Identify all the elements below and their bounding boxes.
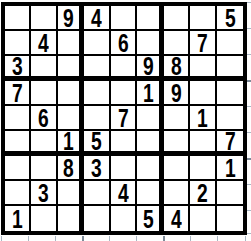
right-margin-tick: [247, 210, 251, 211]
cell-r5c2[interactable]: 6: [31, 106, 57, 131]
sudoku-app: 945467398719671157831342154: [0, 0, 251, 241]
cell-digit: 7: [197, 31, 208, 56]
cell-r9c9[interactable]: [217, 206, 243, 231]
cell-r1c3[interactable]: 9: [58, 6, 84, 31]
bottom-margin-tick: [109, 236, 110, 241]
cell-r1c1[interactable]: [5, 6, 31, 31]
cell-r8c7[interactable]: [164, 181, 190, 206]
bottom-margin-tick: [217, 236, 218, 241]
cell-r4c9[interactable]: [217, 81, 243, 106]
right-margin-tick: [247, 80, 251, 82]
cell-r8c2[interactable]: 3: [31, 181, 57, 206]
cell-r9c7[interactable]: 4: [164, 206, 190, 231]
right-margin-tick: [247, 158, 251, 160]
cell-r5c4[interactable]: [84, 106, 110, 131]
cell-digit: 1: [63, 131, 74, 154]
cell-digit: 4: [171, 206, 182, 231]
cell-r1c8[interactable]: [190, 6, 216, 31]
cell-r3c2[interactable]: [31, 56, 57, 81]
cell-r2c1[interactable]: [5, 31, 31, 56]
cell-r3c8[interactable]: [190, 56, 216, 81]
cell-digit: 2: [197, 181, 208, 206]
cell-r4c4[interactable]: [84, 81, 110, 106]
cell-digit: 5: [224, 6, 235, 31]
cell-r1c6[interactable]: [137, 6, 163, 31]
cell-r4c7[interactable]: 9: [164, 81, 190, 106]
cell-r1c5[interactable]: [111, 6, 137, 31]
cell-digit: 3: [38, 181, 49, 206]
bottom-margin-tick: [28, 236, 29, 241]
cell-r3c4[interactable]: [84, 56, 110, 81]
cell-digit: 4: [118, 181, 129, 206]
right-margin-tick: [247, 2, 251, 3]
cell-r1c2[interactable]: [31, 6, 57, 31]
cell-r7c1[interactable]: [5, 156, 31, 181]
right-margin-tick: [247, 233, 251, 234]
sudoku-board: 945467398719671157831342154: [1, 2, 247, 235]
cell-r4c2[interactable]: [31, 81, 57, 106]
cell-r5c6[interactable]: [137, 106, 163, 131]
cell-digit: 9: [143, 56, 154, 79]
cell-r2c2[interactable]: 4: [31, 31, 57, 56]
cell-digit: 8: [171, 56, 182, 79]
bottom-margin-tick: [82, 236, 84, 241]
cell-digit: 9: [63, 6, 74, 31]
cell-r1c7[interactable]: [164, 6, 190, 31]
cell-r3c6[interactable]: 9: [137, 56, 163, 81]
cell-r8c1[interactable]: [5, 181, 31, 206]
bottom-margin-tick: [55, 236, 56, 241]
cell-digit: 1: [12, 206, 23, 231]
cell-r9c5[interactable]: [111, 206, 137, 231]
cell-digit: 9: [171, 81, 182, 106]
cell-r3c9[interactable]: [217, 56, 243, 81]
cell-r9c1[interactable]: 1: [5, 206, 31, 231]
cell-r2c7[interactable]: [164, 31, 190, 56]
cell-r5c8[interactable]: 1: [190, 106, 216, 131]
cell-r7c4[interactable]: 3: [84, 156, 110, 181]
cell-r3c1[interactable]: 3: [5, 56, 31, 81]
cell-r9c2[interactable]: [31, 206, 57, 231]
cell-r6c7[interactable]: [164, 131, 190, 156]
cell-r8c9[interactable]: [217, 181, 243, 206]
cell-r2c9[interactable]: [217, 31, 243, 56]
bottom-margin-tick: [245, 236, 246, 241]
bottom-margin-tick: [1, 236, 2, 241]
cell-r8c8[interactable]: 2: [190, 181, 216, 206]
cell-r7c6[interactable]: [137, 156, 163, 181]
cell-r6c3[interactable]: 1: [58, 131, 84, 156]
cell-r5c7[interactable]: [164, 106, 190, 131]
cell-digit: 8: [63, 156, 74, 181]
cell-digit: 1: [143, 81, 154, 106]
cell-r9c3[interactable]: [58, 206, 84, 231]
cell-digit: 7: [12, 81, 23, 106]
cell-r6c9[interactable]: 7: [217, 131, 243, 156]
cell-r4c5[interactable]: [111, 81, 137, 106]
cell-r2c8[interactable]: 7: [190, 31, 216, 56]
cell-digit: 1: [197, 106, 208, 131]
cell-digit: 6: [118, 31, 129, 56]
bottom-margin-tick: [190, 236, 191, 241]
cell-digit: 3: [91, 156, 102, 181]
cell-r7c5[interactable]: [111, 156, 137, 181]
cell-r2c3[interactable]: [58, 31, 84, 56]
cell-digit: 7: [118, 106, 129, 131]
cell-r2c6[interactable]: [137, 31, 163, 56]
cell-r8c4[interactable]: [84, 181, 110, 206]
cell-r7c8[interactable]: [190, 156, 216, 181]
cell-r6c5[interactable]: [111, 131, 137, 156]
cell-r4c6[interactable]: 1: [137, 81, 163, 106]
cell-r6c4[interactable]: 5: [84, 131, 110, 156]
bottom-margin-tick: [136, 236, 137, 241]
cell-digit: 4: [38, 31, 49, 56]
cell-r1c4[interactable]: 4: [84, 6, 110, 31]
cell-digit: 3: [12, 56, 23, 79]
cell-r2c5[interactable]: 6: [111, 31, 137, 56]
cell-r7c7[interactable]: [164, 156, 190, 181]
bottom-margin-tick: [163, 236, 165, 241]
cell-r3c5[interactable]: [111, 56, 137, 81]
cell-r4c3[interactable]: [58, 81, 84, 106]
cell-r8c5[interactable]: 4: [111, 181, 137, 206]
cell-r8c3[interactable]: [58, 181, 84, 206]
cell-r9c4[interactable]: [84, 206, 110, 231]
cell-digit: 1: [224, 156, 235, 181]
right-margin-tick: [247, 28, 251, 29]
cell-r6c2[interactable]: [31, 131, 57, 156]
cell-r6c1[interactable]: [5, 131, 31, 156]
right-margin-tick: [247, 106, 251, 107]
cell-r2c4[interactable]: [84, 31, 110, 56]
cell-r5c9[interactable]: [217, 106, 243, 131]
right-margin-tick: [247, 132, 251, 133]
cell-r7c2[interactable]: [31, 156, 57, 181]
cell-digit: 6: [38, 106, 49, 131]
cell-r4c1[interactable]: 7: [5, 81, 31, 106]
right-margin-tick: [247, 184, 251, 185]
cell-digit: 4: [91, 6, 102, 31]
cell-digit: 5: [143, 206, 154, 231]
cell-r5c1[interactable]: [5, 106, 31, 131]
cell-r6c6[interactable]: [137, 131, 163, 156]
cell-r7c9[interactable]: 1: [217, 156, 243, 181]
cell-r9c8[interactable]: [190, 206, 216, 231]
cell-r4c8[interactable]: [190, 81, 216, 106]
cell-r6c8[interactable]: [190, 131, 216, 156]
cell-r3c3[interactable]: [58, 56, 84, 81]
cell-digit: 5: [91, 131, 102, 154]
cell-r7c3[interactable]: 8: [58, 156, 84, 181]
cell-r8c6[interactable]: [137, 181, 163, 206]
right-margin-tick: [247, 54, 251, 55]
cell-r3c7[interactable]: 8: [164, 56, 190, 81]
cell-r9c6[interactable]: 5: [137, 206, 163, 231]
cell-digit: 7: [224, 131, 235, 154]
cell-r5c3[interactable]: [58, 106, 84, 131]
cell-r1c9[interactable]: 5: [217, 6, 243, 31]
cell-r5c5[interactable]: 7: [111, 106, 137, 131]
